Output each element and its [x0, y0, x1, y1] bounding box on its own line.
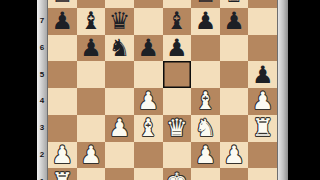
square-f1[interactable] — [191, 168, 220, 180]
piece-white-pawn[interactable]: ♟ — [252, 89, 274, 113]
square-a4[interactable] — [48, 88, 77, 115]
rank-label-2: 2 — [37, 150, 47, 160]
square-f3[interactable]: ♞ — [191, 115, 220, 142]
piece-black-pawn[interactable]: ♟ — [223, 9, 245, 33]
square-f4[interactable]: ♝ — [191, 88, 220, 115]
video-frame: 87654321 ♜♜♚♟♝♛♝♟♟♟♞♟♟♟♟♝♟♟♝♛♞♜♟♟♟♟♜♚ — [0, 0, 320, 180]
piece-white-rook[interactable]: ♜ — [252, 116, 274, 140]
piece-black-knight[interactable]: ♞ — [109, 36, 131, 60]
square-c6[interactable]: ♞ — [105, 35, 134, 62]
square-c2[interactable] — [105, 142, 134, 169]
square-b1[interactable] — [77, 168, 106, 180]
square-f5[interactable] — [191, 61, 220, 88]
piece-black-pawn[interactable]: ♟ — [252, 63, 274, 87]
square-d7[interactable] — [134, 8, 163, 35]
piece-white-rook[interactable]: ♜ — [52, 170, 74, 180]
piece-black-pawn[interactable]: ♟ — [137, 36, 159, 60]
piece-black-bishop[interactable]: ♝ — [80, 9, 102, 33]
rank-label-5: 5 — [37, 70, 47, 80]
board-right-edge-rail — [277, 0, 288, 180]
square-g7[interactable]: ♟ — [220, 8, 249, 35]
piece-white-pawn[interactable]: ♟ — [80, 143, 102, 167]
square-f2[interactable]: ♟ — [191, 142, 220, 169]
square-f6[interactable] — [191, 35, 220, 62]
square-h6[interactable] — [248, 35, 277, 62]
square-c1[interactable] — [105, 168, 134, 180]
square-b2[interactable]: ♟ — [77, 142, 106, 169]
square-g4[interactable] — [220, 88, 249, 115]
rank-label-7: 7 — [37, 16, 47, 26]
square-b5[interactable] — [77, 61, 106, 88]
piece-white-queen[interactable]: ♛ — [166, 116, 188, 140]
square-d1[interactable] — [134, 168, 163, 180]
square-a3[interactable] — [48, 115, 77, 142]
square-h2[interactable] — [248, 142, 277, 169]
square-a2[interactable]: ♟ — [48, 142, 77, 169]
piece-black-rook[interactable]: ♜ — [52, 0, 74, 6]
square-d4[interactable]: ♟ — [134, 88, 163, 115]
square-d2[interactable] — [134, 142, 163, 169]
square-b7[interactable]: ♝ — [77, 8, 106, 35]
square-c5[interactable] — [105, 61, 134, 88]
rank-label-1: 1 — [37, 177, 47, 180]
square-g1[interactable] — [220, 168, 249, 180]
piece-white-pawn[interactable]: ♟ — [137, 89, 159, 113]
square-f7[interactable]: ♟ — [191, 8, 220, 35]
square-e7[interactable]: ♝ — [163, 8, 192, 35]
square-e4[interactable] — [163, 88, 192, 115]
square-h1[interactable] — [248, 168, 277, 180]
square-e1[interactable]: ♚ — [163, 168, 192, 180]
square-e6[interactable]: ♟ — [163, 35, 192, 62]
piece-white-bishop[interactable]: ♝ — [195, 89, 217, 113]
square-a5[interactable] — [48, 61, 77, 88]
square-d3[interactable]: ♝ — [134, 115, 163, 142]
piece-black-king[interactable]: ♚ — [223, 0, 245, 6]
square-g3[interactable] — [220, 115, 249, 142]
piece-black-bishop[interactable]: ♝ — [166, 9, 188, 33]
square-e2[interactable] — [163, 142, 192, 169]
piece-white-pawn[interactable]: ♟ — [195, 143, 217, 167]
square-b3[interactable] — [77, 115, 106, 142]
square-e5[interactable] — [163, 61, 192, 88]
piece-white-pawn[interactable]: ♟ — [109, 116, 131, 140]
piece-black-pawn[interactable]: ♟ — [52, 9, 74, 33]
piece-white-king[interactable]: ♚ — [166, 170, 188, 180]
piece-white-knight[interactable]: ♞ — [195, 116, 217, 140]
square-d5[interactable] — [134, 61, 163, 88]
square-c4[interactable] — [105, 88, 134, 115]
rank-label-3: 3 — [37, 123, 47, 133]
square-d8[interactable] — [134, 0, 163, 8]
square-a1[interactable]: ♜ — [48, 168, 77, 180]
piece-white-pawn[interactable]: ♟ — [52, 143, 74, 167]
piece-black-pawn[interactable]: ♟ — [80, 36, 102, 60]
board-left-coordinate-rail: 87654321 — [37, 0, 48, 180]
square-a7[interactable]: ♟ — [48, 8, 77, 35]
square-h7[interactable] — [248, 8, 277, 35]
rank-label-4: 4 — [37, 96, 47, 106]
rank-label-6: 6 — [37, 43, 47, 53]
piece-white-pawn[interactable]: ♟ — [223, 143, 245, 167]
piece-black-pawn[interactable]: ♟ — [166, 36, 188, 60]
square-c3[interactable]: ♟ — [105, 115, 134, 142]
square-e3[interactable]: ♛ — [163, 115, 192, 142]
square-h5[interactable]: ♟ — [248, 61, 277, 88]
square-h8[interactable] — [248, 0, 277, 8]
piece-black-queen[interactable]: ♛ — [109, 9, 131, 33]
square-d6[interactable]: ♟ — [134, 35, 163, 62]
piece-white-bishop[interactable]: ♝ — [137, 116, 159, 140]
square-h3[interactable]: ♜ — [248, 115, 277, 142]
chess-board: ♜♜♚♟♝♛♝♟♟♟♞♟♟♟♟♝♟♟♝♛♞♜♟♟♟♟♜♚ — [48, 0, 277, 180]
square-g6[interactable] — [220, 35, 249, 62]
square-g5[interactable] — [220, 61, 249, 88]
piece-black-rook[interactable]: ♜ — [195, 0, 217, 6]
square-a6[interactable] — [48, 35, 77, 62]
square-c7[interactable]: ♛ — [105, 8, 134, 35]
square-g2[interactable]: ♟ — [220, 142, 249, 169]
piece-black-pawn[interactable]: ♟ — [195, 9, 217, 33]
square-h4[interactable]: ♟ — [248, 88, 277, 115]
square-b6[interactable]: ♟ — [77, 35, 106, 62]
square-b4[interactable] — [77, 88, 106, 115]
